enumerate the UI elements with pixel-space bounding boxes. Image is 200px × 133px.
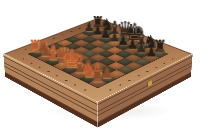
chess-box: ♜♞♝♛♚♝♞♜♟♟♟♟♟♟♟♟♟♟♟♟♟♟♟♟♜♞♝♛♚♝♞♜ [3, 18, 193, 102]
product-photo-scene: ♜♞♝♛♚♝♞♜♟♟♟♟♟♟♟♟♟♟♟♟♟♟♟♟♜♞♝♛♚♝♞♜ [0, 0, 200, 133]
brass-latch-icon [148, 80, 152, 87]
piece-black-pawn[interactable]: ♟ [144, 45, 157, 58]
piece-red-rook[interactable]: ♜ [89, 67, 103, 85]
